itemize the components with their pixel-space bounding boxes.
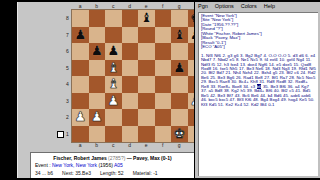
square-e6 [138, 43, 155, 60]
menu-help[interactable]: Help [264, 2, 275, 11]
event-line: Event : New York, New York (1956) A05 [35, 162, 194, 168]
material-text: Material: -1 [133, 170, 158, 176]
coord-label-a: a [72, 3, 89, 10]
coord-label-b: b [89, 142, 106, 149]
square-g6 [171, 43, 188, 60]
coord-label-f: f [155, 142, 172, 149]
square-e4 [138, 76, 155, 93]
coord-label-4: 4 [64, 76, 71, 93]
square-d5 [122, 60, 139, 77]
square-a5 [72, 60, 89, 77]
coord-label-b: b [89, 3, 106, 10]
coord-label-8: 8 [64, 10, 71, 27]
square-b3 [89, 93, 106, 110]
square-b8 [89, 10, 106, 27]
square-d2 [122, 109, 139, 126]
game-result: (0-1) [161, 155, 172, 161]
square-a1 [72, 126, 89, 143]
square-g4 [171, 76, 188, 93]
square-d8 [122, 10, 139, 27]
square-f6 [155, 43, 172, 60]
coord-label-e: e [138, 3, 155, 10]
coord-label-3: 3 [64, 93, 71, 110]
menu-options[interactable]: Options [215, 2, 234, 11]
pgn-panel[interactable]: [Event "New York"] [Site "New York"] [Da… [198, 12, 318, 176]
square-c5: ♝ [105, 60, 122, 77]
pgn-text: [Event "New York"] [Site "New York"] [Da… [199, 13, 318, 108]
square-a6 [72, 43, 89, 60]
square-c1 [105, 126, 122, 143]
square-b7 [89, 27, 106, 44]
square-e8: ♝ [138, 10, 155, 27]
piece-black-pawn: ♟ [72, 27, 89, 44]
white-player-name: Fischer, Robert James [53, 155, 106, 161]
players-separator: — [127, 155, 132, 161]
square-e1 [138, 126, 155, 143]
square-b4 [89, 76, 106, 93]
square-c6: ♟ [105, 43, 122, 60]
square-f3 [155, 93, 172, 110]
next-move-text: Next: 35.Be3 [62, 170, 91, 176]
square-d4 [122, 76, 139, 93]
coord-label-g: g [171, 3, 188, 10]
square-g5: ♟ [171, 60, 188, 77]
black-player-name: Pavey, Max [133, 155, 160, 161]
piece-white-pawn: ♟ [105, 93, 122, 110]
coord-label-f: f [155, 3, 172, 10]
square-c8 [105, 10, 122, 27]
event-link[interactable]: New York, New York [52, 162, 97, 168]
coord-label-1: 1 [64, 126, 71, 143]
square-e3 [138, 93, 155, 110]
coord-label-7: 7 [64, 27, 71, 44]
piece-white-bishop: ♝ [105, 60, 122, 77]
square-d1 [122, 126, 139, 143]
move-status-line: 34 ... b6 Next: 35.Be3 Length: 52 Materi… [35, 170, 194, 176]
square-c2 [105, 109, 122, 126]
square-c4: ♝ [105, 76, 122, 93]
piece-white-pawn: ♟ [89, 109, 106, 126]
piece-black-pawn: ♟ [171, 60, 188, 77]
square-f2 [155, 109, 172, 126]
menu-pgn[interactable]: Pgn [198, 2, 208, 11]
square-d7 [122, 27, 139, 44]
event-label: Event : [35, 162, 51, 168]
square-f5 [155, 60, 172, 77]
coord-label-g: g [171, 142, 188, 149]
piece-black-pawn: ♟ [105, 43, 122, 60]
players-line: Fischer, Robert James (2785?) — Pavey, M… [31, 155, 194, 161]
square-a2: ♟ [72, 109, 89, 126]
coord-label-a: a [72, 142, 89, 149]
pgn-window: Pgn Options Colors Help [Event "New York… [194, 2, 320, 178]
side-to-move-indicator [57, 131, 64, 138]
square-e7 [138, 27, 155, 44]
piece-black-bishop: ♝ [138, 10, 155, 27]
menu-bar: Pgn Options Colors Help [198, 2, 275, 11]
coord-label-c: c [105, 142, 122, 149]
chess-board: ♝♚♟♝♟♟♟♝♟♝♟♟♟♟♚ [72, 10, 204, 142]
square-d3 [122, 93, 139, 110]
rank-labels-left: 87654321 [64, 10, 71, 142]
square-a3 [72, 93, 89, 110]
piece-black-pawn: ♟ [89, 43, 106, 60]
square-a7: ♟ [72, 27, 89, 44]
square-b2: ♟ [89, 109, 106, 126]
square-f8 [155, 10, 172, 27]
coord-label-d: d [122, 142, 139, 149]
piece-white-pawn: ♟ [72, 109, 89, 126]
square-g1: ♚ [171, 126, 188, 143]
square-b6: ♟ [89, 43, 106, 60]
square-b1 [89, 126, 106, 143]
coord-label-d: d [122, 3, 139, 10]
coord-label-2: 2 [64, 109, 71, 126]
status-panel: Fischer, Robert James (2785?) — Pavey, M… [30, 152, 194, 178]
piece-white-king: ♚ [171, 126, 188, 143]
file-labels-bottom: abcdefgh [72, 142, 204, 149]
game-length-text: Length: 52 [100, 170, 124, 176]
square-g7: ♝ [171, 27, 188, 44]
coord-label-c: c [105, 3, 122, 10]
square-f4 [155, 76, 172, 93]
square-d6 [122, 43, 139, 60]
eco-link[interactable]: A05 [114, 162, 123, 168]
menu-colors[interactable]: Colors [241, 2, 257, 11]
piece-white-bishop: ♝ [105, 76, 122, 93]
square-e5 [138, 60, 155, 77]
square-f1 [155, 126, 172, 143]
square-g2 [171, 109, 188, 126]
square-e2 [138, 109, 155, 126]
square-a4 [72, 76, 89, 93]
square-c3: ♟ [105, 93, 122, 110]
piece-black-bishop: ♝ [171, 27, 188, 44]
square-a8 [72, 10, 89, 27]
square-g3 [171, 93, 188, 110]
square-b5 [89, 60, 106, 77]
coord-label-5: 5 [64, 60, 71, 77]
event-year: (1956) [98, 162, 112, 168]
square-g8 [171, 10, 188, 27]
square-f7 [155, 27, 172, 44]
coord-label-6: 6 [64, 43, 71, 60]
file-labels-top: abcdefgh [72, 3, 204, 10]
app-screen: abcdefgh 87654321 ♝♚♟♝♟♟♟♝♟♝♟♟♟♟♚ 876543… [0, 0, 320, 180]
square-c7 [105, 27, 122, 44]
current-move-text: 34 ... b6 [35, 170, 53, 176]
white-player-rating: (2785?) [108, 155, 125, 161]
pgn-movetext[interactable]: 1. Nf3 Nf6 2. g3 g6 3. Bg2 Bg7 4. O-O O-… [201, 54, 316, 107]
coord-label-e: e [138, 142, 155, 149]
pgn-header-eco: [ECO "A05"] [201, 45, 316, 49]
